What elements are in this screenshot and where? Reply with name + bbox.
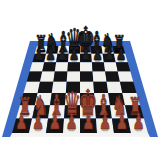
- square-f5[interactable]: [93, 72, 107, 82]
- piece-black-pawn-g7[interactable]: ♟: [104, 42, 115, 65]
- piece-black-pawn-a7[interactable]: ♟: [33, 42, 44, 65]
- piece-black-pawn-c7[interactable]: ♟: [57, 42, 68, 65]
- piece-black-pawn-e7[interactable]: ♟: [81, 42, 92, 65]
- piece-red-pawn-c1[interactable]: ♟: [49, 109, 61, 134]
- piece-black-pawn-b7[interactable]: ♟: [45, 42, 56, 65]
- piece-red-pawn-h1[interactable]: ♟: [133, 109, 145, 134]
- piece-red-pawn-d1[interactable]: ♟: [66, 109, 78, 134]
- piece-red-pawn-a1[interactable]: ♟: [15, 109, 27, 134]
- board-bottom-margin: [10, 133, 150, 137]
- square-d5[interactable]: [67, 72, 80, 82]
- chess-set-photo: ♜♞♝♛♚♝♞♜♟♟♟♟♟♟♟♟♜♞♝♛♚♝♞♜♟♟♟♟♟♟♟♟: [0, 0, 160, 160]
- piece-red-pawn-b1[interactable]: ♟: [32, 109, 44, 134]
- square-b5[interactable]: [40, 72, 55, 82]
- piece-red-pawn-g1[interactable]: ♟: [116, 109, 128, 134]
- piece-black-pawn-f7[interactable]: ♟: [92, 42, 103, 65]
- square-g5[interactable]: [105, 72, 120, 82]
- square-e5[interactable]: [80, 72, 93, 82]
- piece-black-pawn-h7[interactable]: ♟: [116, 42, 127, 65]
- piece-red-pawn-e1[interactable]: ♟: [82, 109, 94, 134]
- square-c5[interactable]: [53, 72, 67, 82]
- chessboard: ♜♞♝♛♚♝♞♜♟♟♟♟♟♟♟♟♜♞♝♛♚♝♞♜♟♟♟♟♟♟♟♟: [0, 0, 160, 160]
- piece-black-pawn-d7[interactable]: ♟: [69, 42, 80, 65]
- piece-red-pawn-f1[interactable]: ♟: [99, 109, 111, 134]
